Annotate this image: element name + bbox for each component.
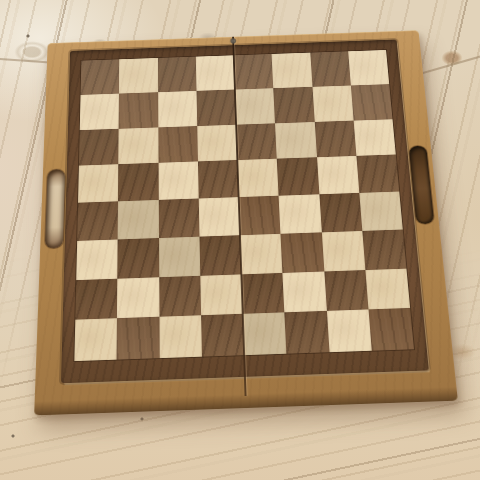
square-h6	[353, 119, 395, 156]
square-f5	[277, 157, 319, 195]
square-c7	[158, 91, 197, 127]
square-a2	[75, 278, 117, 320]
square-e5	[237, 159, 278, 197]
square-g5	[317, 156, 360, 194]
square-f2	[283, 271, 327, 312]
pine-floor	[0, 0, 480, 480]
square-a6	[79, 128, 119, 165]
square-e4	[239, 196, 281, 235]
square-b5	[118, 163, 158, 201]
square-h7	[351, 84, 393, 120]
square-h4	[359, 191, 403, 230]
square-g7	[312, 85, 353, 121]
square-d2	[200, 274, 243, 316]
square-c8	[158, 57, 197, 92]
square-b4	[118, 200, 159, 239]
square-f1	[285, 311, 329, 354]
square-a8	[81, 59, 120, 94]
square-d1	[201, 314, 244, 357]
square-h8	[348, 50, 389, 85]
square-g2	[324, 270, 368, 311]
square-b1	[117, 317, 159, 360]
square-b7	[119, 92, 158, 128]
chess-board	[34, 30, 458, 415]
square-f7	[273, 87, 314, 123]
square-e2	[241, 273, 284, 314]
square-e7	[235, 88, 275, 124]
square-c4	[158, 199, 199, 238]
square-d6	[197, 124, 237, 161]
walnut-border-bevel	[61, 40, 429, 384]
square-g3	[321, 231, 365, 271]
square-a5	[78, 164, 118, 202]
square-a1	[74, 318, 117, 361]
square-d5	[198, 160, 239, 198]
square-c3	[159, 236, 200, 276]
square-e8	[234, 54, 274, 89]
square-d3	[199, 235, 241, 275]
square-c2	[159, 275, 201, 317]
square-a4	[77, 201, 118, 240]
left-handle-cutout	[45, 169, 65, 248]
square-g1	[326, 310, 371, 353]
square-h3	[362, 229, 406, 269]
square-b2	[117, 277, 159, 319]
square-d7	[196, 89, 236, 125]
square-c5	[158, 162, 198, 200]
square-d4	[198, 197, 239, 236]
square-b8	[119, 58, 158, 93]
square-a3	[76, 239, 118, 279]
square-g8	[310, 51, 351, 86]
square-f8	[272, 53, 312, 88]
square-d8	[196, 55, 235, 90]
square-h5	[356, 155, 399, 193]
square-h2	[365, 268, 410, 309]
square-f6	[275, 122, 316, 159]
square-g4	[319, 193, 362, 232]
square-b3	[118, 238, 159, 278]
square-c1	[159, 315, 202, 358]
square-a7	[80, 93, 119, 129]
square-b6	[119, 127, 159, 164]
square-e1	[243, 313, 287, 356]
square-f3	[281, 232, 324, 272]
frame-bottom-edge	[34, 387, 458, 416]
square-e6	[236, 123, 277, 160]
playing-squares	[74, 50, 414, 361]
square-f4	[279, 194, 322, 233]
square-c6	[158, 126, 198, 163]
square-h1	[368, 308, 414, 351]
square-g6	[314, 120, 356, 157]
square-e3	[240, 234, 283, 274]
